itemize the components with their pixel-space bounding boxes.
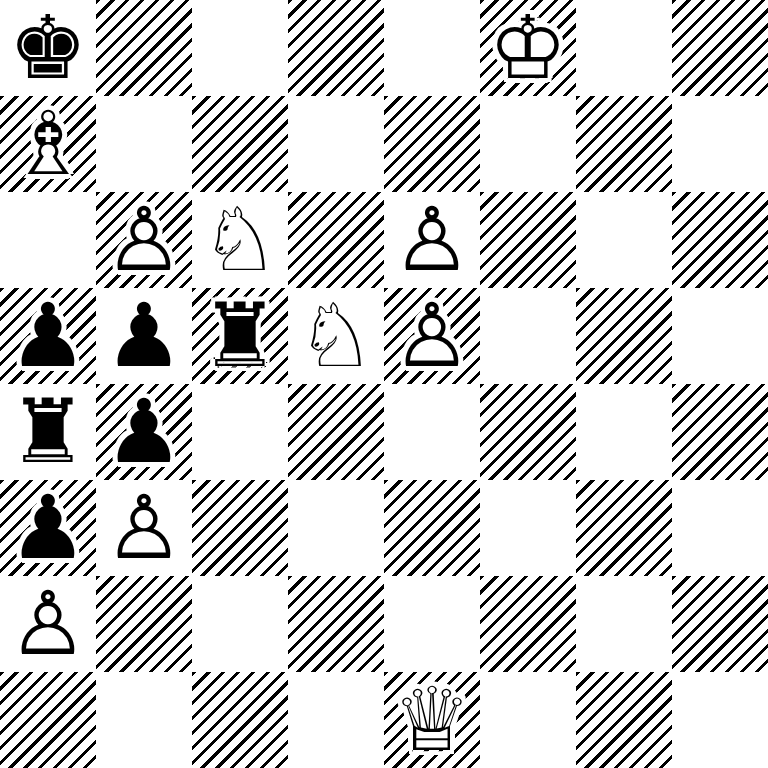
square-d7[interactable]: [288, 96, 384, 192]
square-e2[interactable]: [384, 576, 480, 672]
black-king-glyph: ♚: [0, 0, 96, 96]
square-b2[interactable]: [96, 576, 192, 672]
square-g6[interactable]: [576, 192, 672, 288]
black-rook[interactable]: ♜♜: [0, 384, 96, 480]
white-pawn-glyph: ♙: [0, 576, 96, 672]
square-h7[interactable]: [672, 96, 768, 192]
white-pawn[interactable]: ♟♙: [0, 576, 96, 672]
white-bishop[interactable]: ♝♗: [0, 96, 96, 192]
white-knight-glyph: ♘: [192, 192, 288, 288]
white-pawn-glyph: ♙: [96, 480, 192, 576]
square-c4[interactable]: [192, 384, 288, 480]
square-d1[interactable]: [288, 672, 384, 768]
black-pawn[interactable]: ♟♟: [0, 288, 96, 384]
white-queen-glyph: ♕: [384, 672, 480, 768]
square-h5[interactable]: [672, 288, 768, 384]
square-a1[interactable]: [0, 672, 96, 768]
square-a4[interactable]: ♜♜: [0, 384, 96, 480]
square-b1[interactable]: [96, 672, 192, 768]
square-f2[interactable]: [480, 576, 576, 672]
square-g5[interactable]: [576, 288, 672, 384]
square-e7[interactable]: [384, 96, 480, 192]
square-f1[interactable]: [480, 672, 576, 768]
square-h3[interactable]: [672, 480, 768, 576]
square-c1[interactable]: [192, 672, 288, 768]
square-c5[interactable]: ♜♜: [192, 288, 288, 384]
white-pawn-glyph: ♙: [96, 192, 192, 288]
white-pawn[interactable]: ♟♙: [384, 288, 480, 384]
square-a2[interactable]: ♟♙: [0, 576, 96, 672]
square-e1[interactable]: ♛♕: [384, 672, 480, 768]
square-d8[interactable]: [288, 0, 384, 96]
white-bishop-glyph: ♗: [0, 96, 96, 192]
square-e8[interactable]: [384, 0, 480, 96]
square-b4[interactable]: ♟♟: [96, 384, 192, 480]
square-a3[interactable]: ♟♟: [0, 480, 96, 576]
square-e4[interactable]: [384, 384, 480, 480]
square-h2[interactable]: [672, 576, 768, 672]
black-pawn-glyph: ♟: [0, 480, 96, 576]
black-rook[interactable]: ♜♜: [192, 288, 288, 384]
square-b7[interactable]: [96, 96, 192, 192]
white-king-glyph: ♔: [480, 0, 576, 96]
square-g8[interactable]: [576, 0, 672, 96]
square-a8[interactable]: ♚♚: [0, 0, 96, 96]
black-king[interactable]: ♚♚: [0, 0, 96, 96]
black-pawn[interactable]: ♟♟: [0, 480, 96, 576]
square-f4[interactable]: [480, 384, 576, 480]
square-e3[interactable]: [384, 480, 480, 576]
square-c6[interactable]: ♞♘: [192, 192, 288, 288]
white-queen[interactable]: ♛♕: [384, 672, 480, 768]
square-f3[interactable]: [480, 480, 576, 576]
square-g1[interactable]: [576, 672, 672, 768]
square-h8[interactable]: [672, 0, 768, 96]
white-pawn[interactable]: ♟♙: [96, 480, 192, 576]
square-b8[interactable]: [96, 0, 192, 96]
chess-board: ♚♚♚♔♝♗♟♙♞♘♟♙♟♟♟♟♜♜♞♘♟♙♜♜♟♟♟♟♟♙♟♙♛♕: [0, 0, 768, 768]
square-f8[interactable]: ♚♔: [480, 0, 576, 96]
square-d6[interactable]: [288, 192, 384, 288]
white-knight[interactable]: ♞♘: [192, 192, 288, 288]
square-g7[interactable]: [576, 96, 672, 192]
white-pawn[interactable]: ♟♙: [96, 192, 192, 288]
black-pawn-glyph: ♟: [96, 288, 192, 384]
square-e6[interactable]: ♟♙: [384, 192, 480, 288]
white-king[interactable]: ♚♔: [480, 0, 576, 96]
square-h4[interactable]: [672, 384, 768, 480]
black-pawn[interactable]: ♟♟: [96, 384, 192, 480]
square-d3[interactable]: [288, 480, 384, 576]
square-g4[interactable]: [576, 384, 672, 480]
square-c2[interactable]: [192, 576, 288, 672]
square-d4[interactable]: [288, 384, 384, 480]
white-knight-glyph: ♘: [288, 288, 384, 384]
square-e5[interactable]: ♟♙: [384, 288, 480, 384]
square-a7[interactable]: ♝♗: [0, 96, 96, 192]
square-a5[interactable]: ♟♟: [0, 288, 96, 384]
square-c3[interactable]: [192, 480, 288, 576]
white-pawn-glyph: ♙: [384, 192, 480, 288]
black-rook-glyph: ♜: [192, 288, 288, 384]
square-d5[interactable]: ♞♘: [288, 288, 384, 384]
square-f7[interactable]: [480, 96, 576, 192]
black-pawn-glyph: ♟: [0, 288, 96, 384]
white-pawn[interactable]: ♟♙: [384, 192, 480, 288]
square-c8[interactable]: [192, 0, 288, 96]
square-c7[interactable]: [192, 96, 288, 192]
square-d2[interactable]: [288, 576, 384, 672]
square-g2[interactable]: [576, 576, 672, 672]
square-a6[interactable]: [0, 192, 96, 288]
square-f5[interactable]: [480, 288, 576, 384]
square-h1[interactable]: [672, 672, 768, 768]
square-g3[interactable]: [576, 480, 672, 576]
square-b3[interactable]: ♟♙: [96, 480, 192, 576]
black-pawn[interactable]: ♟♟: [96, 288, 192, 384]
square-f6[interactable]: [480, 192, 576, 288]
white-pawn-glyph: ♙: [384, 288, 480, 384]
black-rook-glyph: ♜: [0, 384, 96, 480]
square-b6[interactable]: ♟♙: [96, 192, 192, 288]
square-b5[interactable]: ♟♟: [96, 288, 192, 384]
black-pawn-glyph: ♟: [96, 384, 192, 480]
square-h6[interactable]: [672, 192, 768, 288]
white-knight[interactable]: ♞♘: [288, 288, 384, 384]
